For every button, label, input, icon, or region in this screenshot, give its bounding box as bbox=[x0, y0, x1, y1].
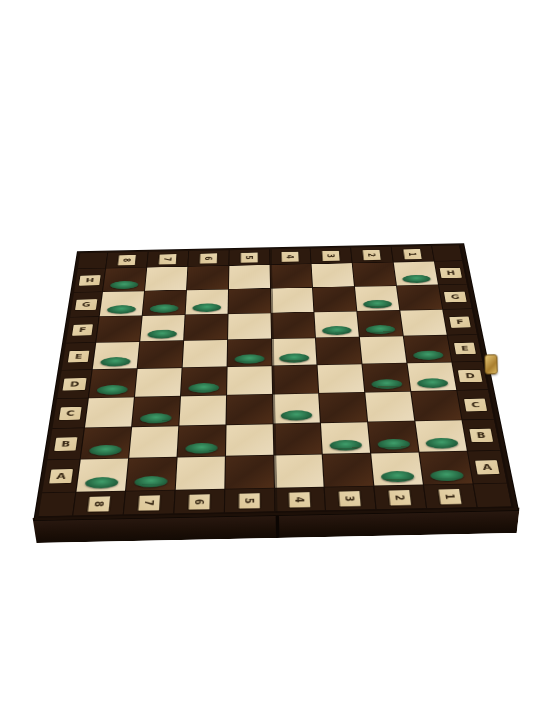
chess-board: 87654321H♜♜HG♞♝♟♟GF♟♞♟FE♚♟♟♚ED♛♟♟♛DC♟♝CB… bbox=[34, 244, 517, 521]
bottom-rank-label-cell: 1 bbox=[424, 484, 477, 508]
piece-white-pawn-a2[interactable]: ♟ bbox=[377, 439, 417, 484]
square-e7[interactable] bbox=[138, 341, 183, 368]
top-rank-label: 1 bbox=[402, 248, 423, 259]
square-e4[interactable]: ♟ bbox=[272, 338, 316, 365]
bottom-rank-label-cell: 7 bbox=[124, 491, 175, 515]
square-f2[interactable]: ♟ bbox=[357, 311, 402, 337]
square-b5[interactable] bbox=[226, 424, 273, 456]
top-rank-label-cell: 4 bbox=[270, 248, 310, 264]
left-file-label: A bbox=[48, 468, 75, 484]
bottom-rank-label-cell: 4 bbox=[275, 487, 325, 511]
top-rank-label-cell: 3 bbox=[311, 248, 352, 264]
piece-black-pawn-f7[interactable]: ♟ bbox=[144, 301, 180, 341]
bottom-rank-label: 6 bbox=[187, 493, 211, 510]
piece-black-pawn-a7[interactable]: ♟ bbox=[130, 444, 170, 489]
top-rank-label-cell: 6 bbox=[188, 250, 228, 266]
piece-anchor: ♟ bbox=[181, 390, 226, 391]
piece-white-bishop-c4[interactable]: ♝ bbox=[272, 368, 321, 422]
piece-black-pawn-b6[interactable]: ♟ bbox=[181, 412, 220, 456]
square-a3[interactable] bbox=[323, 454, 373, 487]
square-f7[interactable]: ♟ bbox=[140, 315, 184, 341]
square-a5[interactable] bbox=[225, 456, 274, 489]
top-rank-label-cell: 5 bbox=[229, 249, 269, 265]
square-c7[interactable]: ♟ bbox=[132, 396, 180, 426]
bottom-rank-label: 3 bbox=[338, 490, 363, 507]
left-file-label: C bbox=[58, 406, 83, 420]
square-g4[interactable] bbox=[271, 288, 313, 313]
square-a6[interactable] bbox=[176, 457, 225, 490]
brass-clasp-icon bbox=[484, 355, 497, 375]
square-g6[interactable]: ♟ bbox=[186, 289, 228, 314]
square-e3[interactable] bbox=[316, 337, 362, 364]
square-a7[interactable]: ♟ bbox=[126, 458, 176, 491]
front-fold-seam bbox=[275, 514, 279, 538]
piece-black-pawn-g6[interactable]: ♟ bbox=[189, 275, 224, 314]
bottom-rank-label-cell: 8 bbox=[73, 492, 125, 516]
square-e5[interactable]: ♟ bbox=[228, 339, 272, 366]
piece-white-rook-a1[interactable]: ♜ bbox=[424, 432, 470, 483]
square-d2[interactable]: ♟ bbox=[363, 363, 411, 392]
piece-white-queen-d1[interactable]: ♛ bbox=[405, 330, 459, 390]
top-rank-label: 2 bbox=[362, 249, 382, 260]
square-d1[interactable]: ♛ bbox=[407, 362, 456, 391]
bottom-rank-label: 1 bbox=[437, 488, 463, 505]
bottom-rank-label: 5 bbox=[238, 492, 262, 509]
right-file-label: A bbox=[474, 459, 501, 475]
left-file-label: H bbox=[78, 274, 101, 286]
top-rank-label: 8 bbox=[117, 254, 137, 265]
left-file-label-cell: A bbox=[42, 460, 79, 493]
piece-white-pawn-d2[interactable]: ♟ bbox=[368, 349, 405, 391]
piece-black-pawn-c7[interactable]: ♟ bbox=[136, 383, 174, 426]
square-a4[interactable] bbox=[274, 455, 323, 488]
right-file-label: C bbox=[463, 398, 488, 412]
bottom-rank-label: 8 bbox=[87, 495, 112, 512]
square-d5[interactable] bbox=[227, 366, 272, 395]
bottom-rank-label-cell: 5 bbox=[225, 488, 274, 512]
square-a1[interactable]: ♜ bbox=[420, 451, 473, 484]
frame-corner bbox=[432, 245, 462, 261]
top-rank-label: 5 bbox=[240, 252, 259, 263]
bottom-rank-label: 7 bbox=[137, 494, 162, 511]
square-b3[interactable]: ♟ bbox=[321, 422, 370, 454]
square-g5[interactable] bbox=[229, 289, 271, 314]
square-b6[interactable]: ♟ bbox=[178, 425, 226, 457]
square-d3[interactable] bbox=[318, 364, 365, 393]
piece-anchor: ♟ bbox=[272, 360, 316, 361]
piece-black-rook-a8[interactable]: ♜ bbox=[78, 439, 124, 490]
square-b4[interactable] bbox=[274, 423, 322, 455]
piece-white-pawn-f2[interactable]: ♟ bbox=[363, 296, 399, 336]
frame-corner bbox=[38, 493, 75, 517]
bottom-rank-label-cell: 6 bbox=[174, 490, 224, 514]
top-rank-label: 6 bbox=[199, 252, 218, 263]
piece-black-pawn-e5[interactable]: ♟ bbox=[231, 325, 268, 366]
right-file-label: H bbox=[439, 267, 462, 278]
square-d8[interactable]: ♛ bbox=[89, 369, 137, 398]
piece-white-pawn-b3[interactable]: ♟ bbox=[326, 409, 365, 453]
square-f3[interactable]: ♞ bbox=[314, 311, 358, 337]
square-h5[interactable] bbox=[229, 265, 270, 289]
bottom-rank-label-cell: 3 bbox=[325, 486, 376, 510]
top-rank-label: 7 bbox=[158, 253, 178, 264]
square-f6[interactable] bbox=[184, 314, 227, 340]
square-h1[interactable]: ♜ bbox=[394, 262, 438, 286]
piece-white-pawn-e4[interactable]: ♟ bbox=[276, 324, 313, 365]
right-file-label-cell: A bbox=[468, 451, 507, 484]
piece-black-queen-d8[interactable]: ♛ bbox=[84, 337, 138, 397]
piece-anchor: ♟ bbox=[228, 361, 272, 362]
square-c5[interactable] bbox=[227, 395, 273, 425]
right-file-label: D bbox=[457, 369, 483, 383]
square-a8[interactable]: ♜ bbox=[76, 459, 128, 492]
left-file-label: B bbox=[53, 436, 79, 451]
square-d6[interactable]: ♟ bbox=[181, 367, 227, 396]
frame-corner bbox=[474, 484, 512, 508]
square-h3[interactable] bbox=[312, 263, 354, 287]
top-rank-label: 3 bbox=[321, 250, 341, 261]
piece-white-knight-f3[interactable]: ♞ bbox=[315, 288, 359, 337]
chess-set-scene: 87654321H♜♜HG♞♝♟♟GF♟♞♟FE♚♟♟♚ED♛♟♟♛DC♟♝CB… bbox=[54, 148, 486, 580]
bottom-rank-label: 4 bbox=[288, 491, 312, 508]
top-rank-label: 4 bbox=[281, 251, 300, 262]
square-c4[interactable]: ♝ bbox=[273, 394, 320, 424]
bottom-rank-label: 2 bbox=[387, 489, 412, 506]
square-h4[interactable] bbox=[270, 264, 312, 288]
left-file-label: D bbox=[62, 377, 87, 391]
right-file-label-cell: H bbox=[435, 261, 467, 285]
bottom-rank-label-cell: 2 bbox=[374, 485, 426, 509]
right-file-label: B bbox=[468, 428, 495, 443]
piece-black-pawn-d6[interactable]: ♟ bbox=[185, 353, 222, 395]
top-rank-label-cell: 2 bbox=[351, 247, 393, 263]
square-a2[interactable]: ♟ bbox=[371, 453, 423, 486]
